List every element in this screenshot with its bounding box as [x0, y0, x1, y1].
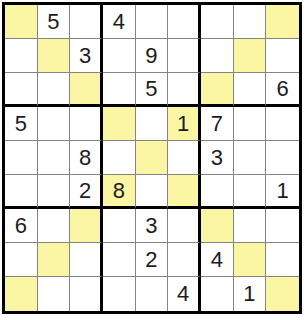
- cell-r9c3[interactable]: [70, 277, 103, 311]
- cell-r2c5[interactable]: 9: [136, 39, 169, 73]
- cell-r1c5[interactable]: [136, 5, 169, 39]
- cell-r7c2[interactable]: [38, 209, 71, 243]
- cell-r2c3[interactable]: 3: [70, 39, 103, 73]
- cell-r1c1[interactable]: [5, 5, 38, 39]
- cell-r3c6[interactable]: [168, 73, 201, 107]
- cell-r7c8[interactable]: [234, 209, 267, 243]
- cell-r9c2[interactable]: [38, 277, 71, 311]
- cell-r4c3[interactable]: [70, 107, 103, 141]
- cell-r8c8[interactable]: [234, 243, 267, 277]
- cell-r2c9[interactable]: [266, 39, 299, 73]
- cell-r3c5[interactable]: 5: [136, 73, 169, 107]
- cell-r4c9[interactable]: [266, 107, 299, 141]
- cell-r5c6[interactable]: [168, 141, 201, 175]
- cell-r8c4[interactable]: [103, 243, 136, 277]
- cell-r3c3[interactable]: [70, 73, 103, 107]
- cell-r9c7[interactable]: [201, 277, 234, 311]
- cell-r6c8[interactable]: [234, 175, 267, 209]
- sudoku-board: 54395651783281632441: [2, 2, 302, 314]
- cell-r2c7[interactable]: [201, 39, 234, 73]
- cell-r1c9[interactable]: [266, 5, 299, 39]
- cell-r6c9[interactable]: 1: [266, 175, 299, 209]
- cell-r6c6[interactable]: [168, 175, 201, 209]
- cell-r1c4[interactable]: 4: [103, 5, 136, 39]
- cell-r3c1[interactable]: [5, 73, 38, 107]
- cell-r4c1[interactable]: 5: [5, 107, 38, 141]
- cell-r1c7[interactable]: [201, 5, 234, 39]
- cell-r8c1[interactable]: [5, 243, 38, 277]
- cell-r5c1[interactable]: [5, 141, 38, 175]
- cell-r3c2[interactable]: [38, 73, 71, 107]
- cell-r5c8[interactable]: [234, 141, 267, 175]
- cell-r8c9[interactable]: [266, 243, 299, 277]
- cell-r9c1[interactable]: [5, 277, 38, 311]
- cell-r2c1[interactable]: [5, 39, 38, 73]
- cell-r2c4[interactable]: [103, 39, 136, 73]
- cell-r4c2[interactable]: [38, 107, 71, 141]
- cell-r1c6[interactable]: [168, 5, 201, 39]
- cell-r7c3[interactable]: [70, 209, 103, 243]
- cell-r7c7[interactable]: [201, 209, 234, 243]
- cell-r5c5[interactable]: [136, 141, 169, 175]
- cell-r2c8[interactable]: [234, 39, 267, 73]
- cell-r9c4[interactable]: [103, 277, 136, 311]
- cell-r5c2[interactable]: [38, 141, 71, 175]
- cell-r7c6[interactable]: [168, 209, 201, 243]
- cell-r6c7[interactable]: [201, 175, 234, 209]
- cell-r4c4[interactable]: [103, 107, 136, 141]
- cell-r8c2[interactable]: [38, 243, 71, 277]
- cell-r7c5[interactable]: 3: [136, 209, 169, 243]
- cell-r5c9[interactable]: [266, 141, 299, 175]
- cell-r6c5[interactable]: [136, 175, 169, 209]
- cell-r3c4[interactable]: [103, 73, 136, 107]
- cell-r9c9[interactable]: [266, 277, 299, 311]
- cell-r5c7[interactable]: 3: [201, 141, 234, 175]
- cell-r5c3[interactable]: 8: [70, 141, 103, 175]
- cell-r3c9[interactable]: 6: [266, 73, 299, 107]
- cell-r4c5[interactable]: [136, 107, 169, 141]
- cell-r7c9[interactable]: [266, 209, 299, 243]
- cell-r8c5[interactable]: 2: [136, 243, 169, 277]
- cell-r6c4[interactable]: 8: [103, 175, 136, 209]
- cell-r4c8[interactable]: [234, 107, 267, 141]
- cell-r3c8[interactable]: [234, 73, 267, 107]
- cell-r9c8[interactable]: 1: [234, 277, 267, 311]
- cell-r6c1[interactable]: [5, 175, 38, 209]
- cell-r3c7[interactable]: [201, 73, 234, 107]
- cell-r6c3[interactable]: 2: [70, 175, 103, 209]
- cell-r4c7[interactable]: 7: [201, 107, 234, 141]
- cell-r9c5[interactable]: [136, 277, 169, 311]
- cell-r4c6[interactable]: 1: [168, 107, 201, 141]
- cell-r7c1[interactable]: 6: [5, 209, 38, 243]
- cell-r7c4[interactable]: [103, 209, 136, 243]
- cell-r2c2[interactable]: [38, 39, 71, 73]
- cell-r1c3[interactable]: [70, 5, 103, 39]
- cell-r8c3[interactable]: [70, 243, 103, 277]
- cell-r8c6[interactable]: [168, 243, 201, 277]
- cell-r1c8[interactable]: [234, 5, 267, 39]
- cell-r1c2[interactable]: 5: [38, 5, 71, 39]
- cell-r9c6[interactable]: 4: [168, 277, 201, 311]
- cell-r5c4[interactable]: [103, 141, 136, 175]
- cell-r8c7[interactable]: 4: [201, 243, 234, 277]
- cell-r6c2[interactable]: [38, 175, 71, 209]
- cell-r2c6[interactable]: [168, 39, 201, 73]
